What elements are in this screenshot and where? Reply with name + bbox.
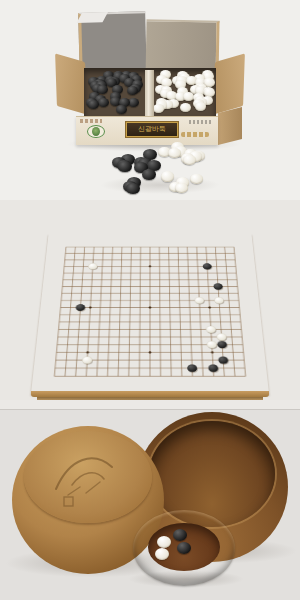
green-oval-emblem: [87, 125, 105, 138]
gold-script-marks: [181, 132, 209, 137]
box-side-panel: [218, 107, 242, 145]
box-divider: [145, 70, 154, 116]
box-interior: [84, 68, 216, 118]
black-stone: [118, 161, 132, 172]
white-stone: [161, 171, 174, 181]
go-set-photo-collage: 신광바둑: [0, 0, 300, 600]
brand-plaque: 신광바둑: [126, 122, 178, 137]
white-stone: [153, 104, 164, 113]
white-stone: [180, 103, 191, 112]
bowl-lid: [24, 431, 152, 523]
small-print-marks: [80, 119, 102, 123]
corner-logo-marks: [189, 120, 213, 124]
board-svg: [43, 241, 257, 385]
white-stone: [175, 183, 188, 193]
background-upper-strip: [0, 400, 300, 409]
white-stones-compartment: [152, 70, 216, 116]
black-stone: [127, 86, 138, 95]
photo-stone-box: 신광바둑: [0, 0, 300, 200]
background-seam-line: [0, 409, 300, 410]
white-stone: [183, 155, 196, 165]
white-stone: [157, 536, 171, 548]
upturned-lid-dish: [133, 510, 235, 586]
lid-carving-design: [46, 443, 132, 509]
black-stone: [116, 105, 127, 114]
white-stone: [190, 174, 203, 184]
photo-go-board: [0, 200, 300, 400]
emblem-face-icon: [92, 127, 100, 136]
black-stones-compartment: [84, 70, 146, 116]
black-stone: [88, 100, 99, 109]
white-stone: [155, 548, 169, 560]
box-side-flap-left: [55, 53, 87, 114]
white-stone: [168, 148, 181, 158]
white-stone: [195, 102, 206, 111]
black-stone: [142, 169, 156, 180]
black-stone: [173, 529, 187, 541]
black-stone: [177, 542, 191, 554]
black-stone: [126, 183, 140, 194]
black-stone: [98, 98, 109, 107]
box-side-flap-right: [213, 53, 245, 114]
photo-bowls: [0, 400, 300, 600]
go-board: [31, 234, 269, 394]
brand-plaque-text: 신광바둑: [138, 126, 166, 133]
